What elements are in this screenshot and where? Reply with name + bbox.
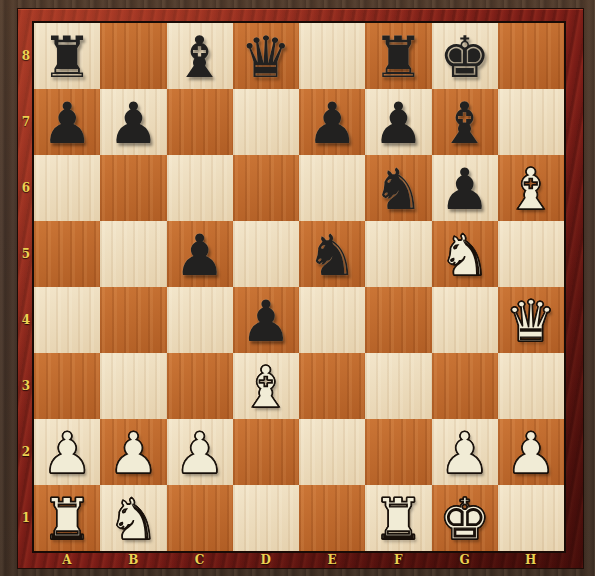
black-pawn[interactable]: ♟ xyxy=(174,227,225,284)
square-g3[interactable] xyxy=(432,353,498,419)
white-king[interactable]: ♚ xyxy=(439,491,490,548)
square-e1[interactable] xyxy=(299,485,365,551)
square-f8[interactable]: ♜ xyxy=(365,23,431,89)
square-a8[interactable]: ♜ xyxy=(34,23,100,89)
square-h2[interactable]: ♟ xyxy=(498,419,564,485)
black-pawn[interactable]: ♟ xyxy=(373,95,424,152)
square-g5[interactable]: ♞ xyxy=(432,221,498,287)
square-g6[interactable]: ♟ xyxy=(432,155,498,221)
square-a7[interactable]: ♟ xyxy=(34,89,100,155)
black-queen[interactable]: ♛ xyxy=(240,29,291,86)
square-g1[interactable]: ♚ xyxy=(432,485,498,551)
square-e6[interactable] xyxy=(299,155,365,221)
square-c4[interactable] xyxy=(167,287,233,353)
file-label-f: F xyxy=(365,551,431,568)
square-d4[interactable]: ♟ xyxy=(233,287,299,353)
square-h7[interactable] xyxy=(498,89,564,155)
square-b5[interactable] xyxy=(100,221,166,287)
white-knight[interactable]: ♞ xyxy=(108,491,159,548)
square-b8[interactable] xyxy=(100,23,166,89)
black-knight[interactable]: ♞ xyxy=(307,227,358,284)
black-pawn[interactable]: ♟ xyxy=(240,293,291,350)
square-a3[interactable] xyxy=(34,353,100,419)
square-e5[interactable]: ♞ xyxy=(299,221,365,287)
square-a6[interactable] xyxy=(34,155,100,221)
square-e4[interactable] xyxy=(299,287,365,353)
white-bishop[interactable]: ♝ xyxy=(240,359,291,416)
square-a5[interactable] xyxy=(34,221,100,287)
square-a2[interactable]: ♟ xyxy=(34,419,100,485)
white-bishop[interactable]: ♝ xyxy=(505,161,556,218)
white-pawn[interactable]: ♟ xyxy=(439,425,490,482)
black-pawn[interactable]: ♟ xyxy=(42,95,93,152)
rank-label-1: 1 xyxy=(18,485,34,551)
square-h8[interactable] xyxy=(498,23,564,89)
square-c5[interactable]: ♟ xyxy=(167,221,233,287)
square-d3[interactable]: ♝ xyxy=(233,353,299,419)
square-d5[interactable] xyxy=(233,221,299,287)
black-pawn[interactable]: ♟ xyxy=(439,161,490,218)
square-d1[interactable] xyxy=(233,485,299,551)
square-d2[interactable] xyxy=(233,419,299,485)
square-h1[interactable] xyxy=(498,485,564,551)
white-rook[interactable]: ♜ xyxy=(373,491,424,548)
square-a4[interactable] xyxy=(34,287,100,353)
black-bishop[interactable]: ♝ xyxy=(439,95,490,152)
square-e7[interactable]: ♟ xyxy=(299,89,365,155)
square-c1[interactable] xyxy=(167,485,233,551)
square-b2[interactable]: ♟ xyxy=(100,419,166,485)
square-e8[interactable] xyxy=(299,23,365,89)
square-f4[interactable] xyxy=(365,287,431,353)
square-b6[interactable] xyxy=(100,155,166,221)
square-c6[interactable] xyxy=(167,155,233,221)
file-label-d: D xyxy=(233,551,299,568)
square-a1[interactable]: ♜ xyxy=(34,485,100,551)
square-c8[interactable]: ♝ xyxy=(167,23,233,89)
chess-board[interactable]: ♜♝♛♜♚♟♟♟♟♝♞♟♝♟♞♞♟♛♝♟♟♟♟♟♜♞♜♚ xyxy=(34,23,564,551)
rank-label-3: 3 xyxy=(18,353,34,419)
square-g2[interactable]: ♟ xyxy=(432,419,498,485)
square-f1[interactable]: ♜ xyxy=(365,485,431,551)
black-pawn[interactable]: ♟ xyxy=(307,95,358,152)
black-rook[interactable]: ♜ xyxy=(42,29,93,86)
white-pawn[interactable]: ♟ xyxy=(42,425,93,482)
file-label-g: G xyxy=(432,551,498,568)
square-g4[interactable] xyxy=(432,287,498,353)
black-rook[interactable]: ♜ xyxy=(373,29,424,86)
table-background: ♜♝♛♜♚♟♟♟♟♝♞♟♝♟♞♞♟♛♝♟♟♟♟♟♜♞♜♚ 87654321ABC… xyxy=(0,0,595,576)
file-label-b: B xyxy=(100,551,166,568)
rank-label-2: 2 xyxy=(18,419,34,485)
square-c3[interactable] xyxy=(167,353,233,419)
square-f3[interactable] xyxy=(365,353,431,419)
rank-label-4: 4 xyxy=(18,287,34,353)
square-f5[interactable] xyxy=(365,221,431,287)
white-knight[interactable]: ♞ xyxy=(439,227,490,284)
rank-label-6: 6 xyxy=(18,155,34,221)
black-king[interactable]: ♚ xyxy=(439,29,490,86)
square-h4[interactable]: ♛ xyxy=(498,287,564,353)
square-h6[interactable]: ♝ xyxy=(498,155,564,221)
square-h5[interactable] xyxy=(498,221,564,287)
square-c2[interactable]: ♟ xyxy=(167,419,233,485)
white-pawn[interactable]: ♟ xyxy=(108,425,159,482)
black-pawn[interactable]: ♟ xyxy=(108,95,159,152)
file-label-a: A xyxy=(34,551,100,568)
rank-label-7: 7 xyxy=(18,89,34,155)
square-g8[interactable]: ♚ xyxy=(432,23,498,89)
white-pawn[interactable]: ♟ xyxy=(174,425,225,482)
square-b4[interactable] xyxy=(100,287,166,353)
white-pawn[interactable]: ♟ xyxy=(505,425,556,482)
square-e2[interactable] xyxy=(299,419,365,485)
white-rook[interactable]: ♜ xyxy=(42,491,93,548)
square-b7[interactable]: ♟ xyxy=(100,89,166,155)
square-d7[interactable] xyxy=(233,89,299,155)
square-b1[interactable]: ♞ xyxy=(100,485,166,551)
square-h3[interactable] xyxy=(498,353,564,419)
square-e3[interactable] xyxy=(299,353,365,419)
file-label-e: E xyxy=(299,551,365,568)
file-label-c: C xyxy=(167,551,233,568)
square-c7[interactable] xyxy=(167,89,233,155)
square-d8[interactable]: ♛ xyxy=(233,23,299,89)
black-knight[interactable]: ♞ xyxy=(373,161,424,218)
file-label-h: H xyxy=(498,551,564,568)
black-bishop[interactable]: ♝ xyxy=(174,29,225,86)
square-d6[interactable] xyxy=(233,155,299,221)
white-queen[interactable]: ♛ xyxy=(505,293,556,350)
rank-label-5: 5 xyxy=(18,221,34,287)
square-f6[interactable]: ♞ xyxy=(365,155,431,221)
square-b3[interactable] xyxy=(100,353,166,419)
square-g7[interactable]: ♝ xyxy=(432,89,498,155)
square-f2[interactable] xyxy=(365,419,431,485)
rank-label-8: 8 xyxy=(18,23,34,89)
square-f7[interactable]: ♟ xyxy=(365,89,431,155)
